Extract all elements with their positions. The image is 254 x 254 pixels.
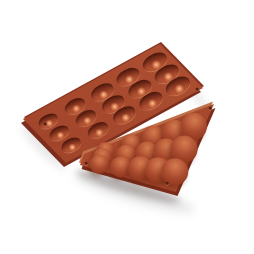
hanging-hole <box>209 107 212 110</box>
dome <box>90 155 109 174</box>
hanging-hole <box>85 162 88 165</box>
back-mold-surface <box>0 0 254 254</box>
hanging-hole <box>44 123 47 126</box>
hanging-hole <box>166 182 169 185</box>
product-photo-stage <box>0 0 254 254</box>
hanging-hole <box>196 88 199 91</box>
